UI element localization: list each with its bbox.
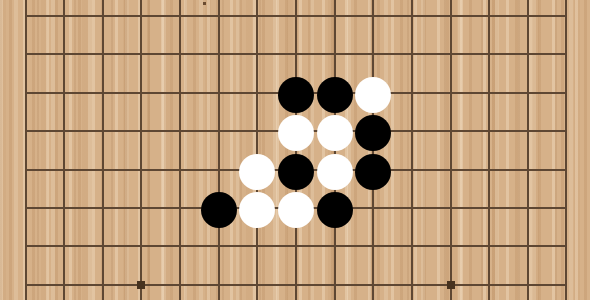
grid-vertical-line [179,0,181,300]
grid-vertical-line [565,0,567,300]
white-stone [239,154,275,190]
black-stone [201,192,237,228]
grid-vertical-line [218,0,220,300]
black-stone [355,115,391,151]
grid-horizontal-line [25,284,568,286]
white-stone [317,154,353,190]
screenshot-root [0,0,590,300]
star-point [447,281,455,289]
black-stone [317,77,353,113]
white-stone [278,115,314,151]
black-stone [317,192,353,228]
white-stone [317,115,353,151]
grid-vertical-line [488,0,490,300]
black-stone [278,154,314,190]
dust-speck [203,2,206,5]
gomoku-board[interactable] [0,0,590,300]
white-stone [239,192,275,228]
grid-vertical-line [411,0,413,300]
black-stone [355,154,391,190]
white-stone [355,77,391,113]
grid-vertical-line [140,0,142,300]
star-point [137,281,145,289]
grid-horizontal-line [25,53,568,55]
grid-vertical-line [63,0,65,300]
grid-vertical-line [256,0,258,300]
black-stone [278,77,314,113]
grid-vertical-line [450,0,452,300]
grid-vertical-line [527,0,529,300]
grid-horizontal-line [25,15,568,17]
grid-horizontal-line [25,245,568,247]
grid-vertical-line [102,0,104,300]
grid-vertical-line [25,0,27,300]
white-stone [278,192,314,228]
